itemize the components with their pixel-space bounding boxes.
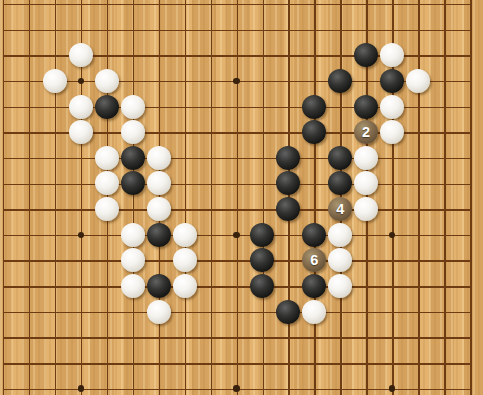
intersection[interactable] bbox=[327, 273, 353, 299]
intersection[interactable] bbox=[198, 222, 224, 248]
stone-black[interactable] bbox=[276, 171, 300, 195]
intersection[interactable] bbox=[405, 42, 431, 68]
intersection[interactable] bbox=[0, 325, 16, 351]
intersection[interactable] bbox=[301, 17, 327, 43]
intersection[interactable] bbox=[223, 325, 249, 351]
intersection[interactable] bbox=[120, 42, 146, 68]
intersection[interactable] bbox=[301, 68, 327, 94]
intersection[interactable] bbox=[94, 299, 120, 325]
stone-white[interactable] bbox=[121, 223, 145, 247]
intersection[interactable] bbox=[68, 119, 94, 145]
intersection[interactable] bbox=[198, 196, 224, 222]
intersection[interactable] bbox=[172, 94, 198, 120]
intersection[interactable] bbox=[68, 222, 94, 248]
intersection[interactable] bbox=[353, 94, 379, 120]
intersection[interactable] bbox=[249, 325, 275, 351]
intersection[interactable] bbox=[16, 68, 42, 94]
intersection[interactable] bbox=[301, 145, 327, 171]
intersection[interactable] bbox=[405, 376, 431, 395]
stone-white[interactable] bbox=[354, 146, 378, 170]
intersection[interactable] bbox=[94, 171, 120, 197]
stone-white[interactable] bbox=[173, 223, 197, 247]
intersection[interactable] bbox=[327, 42, 353, 68]
intersection[interactable] bbox=[223, 171, 249, 197]
intersection[interactable] bbox=[0, 376, 16, 395]
intersection[interactable] bbox=[172, 325, 198, 351]
intersection[interactable] bbox=[249, 68, 275, 94]
intersection[interactable] bbox=[172, 42, 198, 68]
intersection[interactable] bbox=[327, 376, 353, 395]
intersection[interactable] bbox=[301, 119, 327, 145]
intersection[interactable]: 6 bbox=[301, 248, 327, 274]
intersection[interactable] bbox=[405, 171, 431, 197]
intersection[interactable] bbox=[42, 145, 68, 171]
intersection[interactable] bbox=[16, 0, 42, 17]
stone-move-4[interactable]: 4 bbox=[328, 197, 352, 221]
intersection[interactable] bbox=[0, 248, 16, 274]
intersection[interactable] bbox=[431, 42, 457, 68]
intersection[interactable] bbox=[223, 350, 249, 376]
intersection[interactable] bbox=[275, 325, 301, 351]
intersection[interactable] bbox=[120, 196, 146, 222]
intersection[interactable] bbox=[301, 273, 327, 299]
intersection[interactable] bbox=[146, 350, 172, 376]
intersection[interactable] bbox=[353, 248, 379, 274]
stone-white[interactable] bbox=[147, 197, 171, 221]
intersection[interactable] bbox=[301, 222, 327, 248]
intersection[interactable] bbox=[16, 145, 42, 171]
intersection[interactable] bbox=[379, 196, 405, 222]
intersection[interactable] bbox=[146, 248, 172, 274]
intersection[interactable] bbox=[146, 68, 172, 94]
intersection[interactable] bbox=[198, 325, 224, 351]
intersection[interactable] bbox=[94, 273, 120, 299]
intersection[interactable] bbox=[172, 350, 198, 376]
stone-white[interactable] bbox=[328, 248, 352, 272]
stone-white[interactable] bbox=[328, 223, 352, 247]
stone-white[interactable] bbox=[69, 95, 93, 119]
intersection[interactable] bbox=[223, 42, 249, 68]
stone-white[interactable] bbox=[69, 43, 93, 67]
intersection[interactable] bbox=[16, 376, 42, 395]
intersection[interactable] bbox=[16, 171, 42, 197]
stone-black[interactable] bbox=[328, 69, 352, 93]
intersection[interactable] bbox=[431, 119, 457, 145]
intersection[interactable] bbox=[198, 94, 224, 120]
intersection[interactable] bbox=[249, 196, 275, 222]
stone-black[interactable] bbox=[354, 95, 378, 119]
intersection[interactable] bbox=[405, 248, 431, 274]
intersection[interactable] bbox=[198, 350, 224, 376]
intersection[interactable] bbox=[405, 119, 431, 145]
intersection[interactable] bbox=[431, 94, 457, 120]
intersection[interactable] bbox=[249, 350, 275, 376]
intersection[interactable] bbox=[42, 273, 68, 299]
intersection[interactable] bbox=[94, 222, 120, 248]
stone-black[interactable] bbox=[250, 274, 274, 298]
intersection[interactable] bbox=[198, 248, 224, 274]
intersection[interactable] bbox=[172, 273, 198, 299]
intersection[interactable] bbox=[68, 17, 94, 43]
intersection[interactable] bbox=[68, 325, 94, 351]
intersection[interactable] bbox=[327, 94, 353, 120]
stone-white[interactable] bbox=[121, 248, 145, 272]
stone-white[interactable] bbox=[43, 69, 67, 93]
intersection[interactable] bbox=[457, 42, 483, 68]
intersection[interactable] bbox=[120, 17, 146, 43]
intersection[interactable] bbox=[353, 145, 379, 171]
intersection[interactable] bbox=[16, 196, 42, 222]
intersection[interactable] bbox=[275, 68, 301, 94]
intersection[interactable] bbox=[405, 196, 431, 222]
intersection[interactable] bbox=[146, 299, 172, 325]
intersection[interactable] bbox=[68, 196, 94, 222]
intersection[interactable] bbox=[327, 171, 353, 197]
intersection[interactable] bbox=[301, 299, 327, 325]
intersection[interactable] bbox=[146, 222, 172, 248]
intersection[interactable] bbox=[249, 299, 275, 325]
intersection[interactable] bbox=[405, 94, 431, 120]
intersection[interactable] bbox=[16, 94, 42, 120]
intersection[interactable] bbox=[275, 350, 301, 376]
intersection[interactable] bbox=[94, 17, 120, 43]
intersection[interactable] bbox=[16, 299, 42, 325]
stone-white[interactable] bbox=[147, 300, 171, 324]
intersection[interactable] bbox=[172, 119, 198, 145]
stone-white[interactable] bbox=[380, 120, 404, 144]
intersection[interactable] bbox=[353, 350, 379, 376]
intersection[interactable] bbox=[223, 376, 249, 395]
intersection[interactable] bbox=[0, 94, 16, 120]
intersection[interactable] bbox=[379, 299, 405, 325]
intersection[interactable] bbox=[42, 17, 68, 43]
intersection[interactable] bbox=[301, 171, 327, 197]
intersection[interactable] bbox=[120, 94, 146, 120]
intersection[interactable] bbox=[457, 248, 483, 274]
intersection[interactable] bbox=[379, 171, 405, 197]
intersection[interactable] bbox=[223, 196, 249, 222]
intersection[interactable] bbox=[249, 0, 275, 17]
intersection[interactable] bbox=[120, 222, 146, 248]
go-board[interactable]: 246 bbox=[0, 0, 483, 395]
stone-white[interactable] bbox=[95, 171, 119, 195]
intersection[interactable] bbox=[0, 196, 16, 222]
intersection[interactable] bbox=[223, 0, 249, 17]
intersection[interactable] bbox=[457, 222, 483, 248]
intersection[interactable] bbox=[431, 325, 457, 351]
intersection[interactable] bbox=[249, 376, 275, 395]
stone-black[interactable] bbox=[250, 248, 274, 272]
intersection[interactable] bbox=[301, 0, 327, 17]
intersection[interactable] bbox=[275, 196, 301, 222]
intersection[interactable] bbox=[327, 222, 353, 248]
intersection[interactable] bbox=[249, 248, 275, 274]
intersection[interactable] bbox=[0, 68, 16, 94]
intersection[interactable]: 4 bbox=[327, 196, 353, 222]
intersection[interactable] bbox=[94, 0, 120, 17]
intersection[interactable] bbox=[68, 248, 94, 274]
intersection[interactable] bbox=[249, 273, 275, 299]
stone-white[interactable] bbox=[406, 69, 430, 93]
intersection[interactable] bbox=[379, 0, 405, 17]
intersection[interactable] bbox=[146, 325, 172, 351]
stone-black[interactable] bbox=[380, 69, 404, 93]
intersection[interactable] bbox=[249, 119, 275, 145]
intersection[interactable] bbox=[198, 171, 224, 197]
intersection[interactable] bbox=[120, 248, 146, 274]
intersection[interactable] bbox=[16, 273, 42, 299]
intersection[interactable] bbox=[94, 94, 120, 120]
intersection[interactable] bbox=[327, 248, 353, 274]
intersection[interactable] bbox=[68, 376, 94, 395]
intersection[interactable] bbox=[275, 17, 301, 43]
intersection[interactable] bbox=[42, 376, 68, 395]
intersection[interactable] bbox=[457, 350, 483, 376]
intersection[interactable] bbox=[301, 376, 327, 395]
intersection[interactable] bbox=[223, 299, 249, 325]
intersection[interactable] bbox=[353, 273, 379, 299]
intersection[interactable] bbox=[198, 273, 224, 299]
intersection[interactable] bbox=[94, 248, 120, 274]
intersection[interactable] bbox=[327, 325, 353, 351]
intersection[interactable] bbox=[431, 350, 457, 376]
intersection[interactable] bbox=[327, 0, 353, 17]
stone-white[interactable] bbox=[95, 197, 119, 221]
intersection[interactable] bbox=[405, 273, 431, 299]
intersection[interactable] bbox=[301, 94, 327, 120]
stone-white[interactable] bbox=[302, 300, 326, 324]
intersection[interactable] bbox=[457, 94, 483, 120]
intersection[interactable] bbox=[42, 299, 68, 325]
intersection[interactable] bbox=[301, 325, 327, 351]
intersection[interactable] bbox=[223, 248, 249, 274]
intersection[interactable] bbox=[249, 145, 275, 171]
intersection[interactable] bbox=[0, 119, 16, 145]
intersection[interactable] bbox=[275, 222, 301, 248]
intersection[interactable] bbox=[16, 325, 42, 351]
intersection[interactable] bbox=[198, 145, 224, 171]
intersection[interactable] bbox=[457, 196, 483, 222]
intersection[interactable] bbox=[405, 350, 431, 376]
intersection[interactable] bbox=[120, 119, 146, 145]
intersection[interactable] bbox=[120, 325, 146, 351]
intersection[interactable] bbox=[94, 350, 120, 376]
intersection[interactable] bbox=[120, 171, 146, 197]
intersection[interactable] bbox=[120, 145, 146, 171]
intersection[interactable] bbox=[94, 119, 120, 145]
intersection[interactable] bbox=[249, 171, 275, 197]
intersection[interactable] bbox=[94, 42, 120, 68]
intersection[interactable] bbox=[146, 376, 172, 395]
intersection[interactable] bbox=[327, 68, 353, 94]
intersection[interactable] bbox=[379, 17, 405, 43]
intersection[interactable] bbox=[0, 273, 16, 299]
intersection[interactable] bbox=[301, 350, 327, 376]
intersection[interactable] bbox=[198, 299, 224, 325]
intersection[interactable] bbox=[431, 273, 457, 299]
intersection[interactable] bbox=[457, 273, 483, 299]
intersection[interactable] bbox=[0, 222, 16, 248]
intersection[interactable] bbox=[301, 42, 327, 68]
intersection[interactable] bbox=[405, 68, 431, 94]
intersection[interactable] bbox=[431, 376, 457, 395]
stone-white[interactable] bbox=[173, 248, 197, 272]
intersection[interactable] bbox=[275, 0, 301, 17]
intersection[interactable] bbox=[0, 299, 16, 325]
intersection[interactable] bbox=[172, 196, 198, 222]
intersection[interactable] bbox=[457, 325, 483, 351]
stone-white[interactable] bbox=[380, 95, 404, 119]
intersection[interactable] bbox=[42, 196, 68, 222]
intersection[interactable] bbox=[223, 68, 249, 94]
intersection[interactable] bbox=[94, 196, 120, 222]
stone-black[interactable] bbox=[276, 300, 300, 324]
intersection[interactable] bbox=[457, 145, 483, 171]
intersection[interactable] bbox=[327, 350, 353, 376]
stone-white[interactable] bbox=[380, 43, 404, 67]
intersection[interactable] bbox=[431, 17, 457, 43]
stone-black[interactable] bbox=[121, 146, 145, 170]
intersection[interactable] bbox=[16, 17, 42, 43]
intersection[interactable] bbox=[42, 119, 68, 145]
intersection[interactable] bbox=[379, 350, 405, 376]
intersection[interactable] bbox=[327, 119, 353, 145]
stone-black[interactable] bbox=[95, 95, 119, 119]
intersection[interactable] bbox=[327, 17, 353, 43]
stone-black[interactable] bbox=[121, 171, 145, 195]
intersection[interactable] bbox=[146, 94, 172, 120]
intersection[interactable] bbox=[68, 145, 94, 171]
intersection[interactable] bbox=[431, 68, 457, 94]
intersection[interactable] bbox=[431, 222, 457, 248]
intersection[interactable] bbox=[0, 145, 16, 171]
intersection[interactable] bbox=[379, 119, 405, 145]
intersection[interactable] bbox=[0, 17, 16, 43]
stone-white[interactable] bbox=[95, 69, 119, 93]
stone-black[interactable] bbox=[147, 274, 171, 298]
stone-white[interactable] bbox=[69, 120, 93, 144]
stone-black[interactable] bbox=[302, 274, 326, 298]
intersection[interactable] bbox=[68, 94, 94, 120]
stone-black[interactable] bbox=[276, 146, 300, 170]
stone-white[interactable] bbox=[173, 274, 197, 298]
stone-move-2[interactable]: 2 bbox=[354, 120, 378, 144]
stone-white[interactable] bbox=[354, 171, 378, 195]
intersection[interactable] bbox=[353, 376, 379, 395]
stone-white[interactable] bbox=[95, 146, 119, 170]
stone-black[interactable] bbox=[354, 43, 378, 67]
intersection[interactable] bbox=[42, 94, 68, 120]
intersection[interactable] bbox=[16, 350, 42, 376]
stone-white[interactable] bbox=[121, 274, 145, 298]
intersection[interactable] bbox=[172, 171, 198, 197]
intersection[interactable] bbox=[120, 68, 146, 94]
intersection[interactable] bbox=[172, 222, 198, 248]
intersection[interactable] bbox=[457, 68, 483, 94]
intersection[interactable] bbox=[353, 222, 379, 248]
intersection[interactable] bbox=[275, 248, 301, 274]
intersection[interactable] bbox=[120, 299, 146, 325]
intersection[interactable] bbox=[353, 196, 379, 222]
intersection[interactable] bbox=[146, 17, 172, 43]
intersection[interactable] bbox=[457, 0, 483, 17]
intersection[interactable] bbox=[223, 94, 249, 120]
intersection[interactable] bbox=[146, 0, 172, 17]
stone-move-6[interactable]: 6 bbox=[302, 248, 326, 272]
intersection[interactable] bbox=[42, 222, 68, 248]
stone-black[interactable] bbox=[302, 95, 326, 119]
intersection[interactable] bbox=[223, 145, 249, 171]
intersection[interactable] bbox=[301, 196, 327, 222]
intersection[interactable] bbox=[353, 17, 379, 43]
intersection[interactable] bbox=[431, 145, 457, 171]
intersection[interactable] bbox=[68, 273, 94, 299]
intersection[interactable]: 2 bbox=[353, 119, 379, 145]
intersection[interactable] bbox=[0, 42, 16, 68]
intersection[interactable] bbox=[68, 68, 94, 94]
intersection[interactable] bbox=[94, 145, 120, 171]
intersection[interactable] bbox=[275, 145, 301, 171]
stone-black[interactable] bbox=[276, 197, 300, 221]
intersection[interactable] bbox=[42, 171, 68, 197]
intersection[interactable] bbox=[198, 68, 224, 94]
intersection[interactable] bbox=[172, 145, 198, 171]
intersection[interactable] bbox=[379, 222, 405, 248]
intersection[interactable] bbox=[16, 42, 42, 68]
intersection[interactable] bbox=[120, 350, 146, 376]
intersection[interactable] bbox=[457, 299, 483, 325]
intersection[interactable] bbox=[379, 145, 405, 171]
intersection[interactable] bbox=[431, 299, 457, 325]
intersection[interactable] bbox=[42, 68, 68, 94]
intersection[interactable] bbox=[146, 171, 172, 197]
intersection[interactable] bbox=[405, 145, 431, 171]
intersection[interactable] bbox=[275, 376, 301, 395]
intersection[interactable] bbox=[379, 273, 405, 299]
intersection[interactable] bbox=[457, 171, 483, 197]
intersection[interactable] bbox=[431, 248, 457, 274]
intersection[interactable] bbox=[68, 0, 94, 17]
intersection[interactable] bbox=[172, 299, 198, 325]
intersection[interactable] bbox=[120, 273, 146, 299]
intersection[interactable] bbox=[353, 171, 379, 197]
intersection[interactable] bbox=[172, 17, 198, 43]
intersection[interactable] bbox=[146, 273, 172, 299]
intersection[interactable] bbox=[353, 68, 379, 94]
intersection[interactable] bbox=[275, 273, 301, 299]
stone-black[interactable] bbox=[328, 171, 352, 195]
stone-white[interactable] bbox=[147, 146, 171, 170]
stone-black[interactable] bbox=[302, 120, 326, 144]
intersection[interactable] bbox=[16, 248, 42, 274]
intersection[interactable] bbox=[379, 248, 405, 274]
intersection[interactable] bbox=[249, 94, 275, 120]
intersection[interactable] bbox=[16, 222, 42, 248]
intersection[interactable] bbox=[379, 325, 405, 351]
stone-white[interactable] bbox=[328, 274, 352, 298]
intersection[interactable] bbox=[146, 42, 172, 68]
intersection[interactable] bbox=[198, 0, 224, 17]
intersection[interactable] bbox=[42, 325, 68, 351]
intersection[interactable] bbox=[0, 350, 16, 376]
stone-black[interactable] bbox=[147, 223, 171, 247]
stone-black[interactable] bbox=[302, 223, 326, 247]
intersection[interactable] bbox=[275, 299, 301, 325]
intersection[interactable] bbox=[405, 17, 431, 43]
intersection[interactable] bbox=[42, 42, 68, 68]
stone-white[interactable] bbox=[121, 120, 145, 144]
intersection[interactable] bbox=[379, 94, 405, 120]
